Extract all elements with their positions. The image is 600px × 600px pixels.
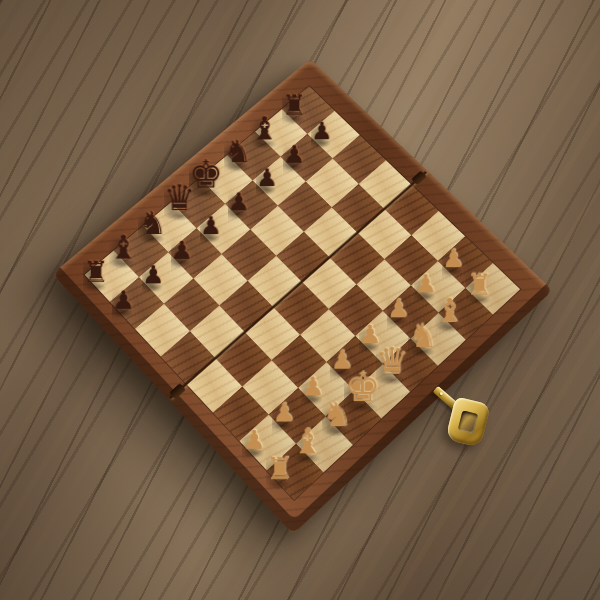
dark-bishop-b8[interactable]: ♝ <box>109 231 139 264</box>
perspective-wrapper: ♜♟♟♜♝♟♟♝♞♟♟♞♚♟♟♛♛♟♟♚♞♟♟♞♝♟♟♝♜♟♟♜ <box>0 0 600 600</box>
light-pawn-a2[interactable]: ♟ <box>243 427 266 453</box>
dark-rook-a8[interactable]: ♜ <box>83 258 109 287</box>
light-pawn-h2[interactable]: ♟ <box>442 247 464 272</box>
dark-pawn-g7[interactable]: ♟ <box>283 142 305 166</box>
dark-queen-d8[interactable]: ♛ <box>164 181 196 216</box>
light-rook-h1[interactable]: ♜ <box>466 271 492 300</box>
dark-pawn-b7[interactable]: ♟ <box>142 262 164 287</box>
square-h1[interactable]: ♜ <box>465 263 520 315</box>
light-bishop-g1[interactable]: ♝ <box>435 293 465 326</box>
light-rook-a1[interactable]: ♜ <box>266 454 293 485</box>
light-bishop-b1[interactable]: ♝ <box>292 424 323 459</box>
dark-pawn-a7[interactable]: ♟ <box>112 287 135 312</box>
dark-pawn-c7[interactable]: ♟ <box>171 238 193 263</box>
dark-pawn-f7[interactable]: ♟ <box>256 166 278 190</box>
photo-scene: ♜♟♟♜♝♟♟♝♞♟♟♞♚♟♟♛♛♟♟♚♞♟♟♞♝♟♟♝♜♟♟♜ <box>0 0 600 600</box>
dark-pawn-h7[interactable]: ♟ <box>311 119 333 143</box>
dark-knight-c8[interactable]: ♞ <box>139 207 167 239</box>
light-knight-c1[interactable]: ♞ <box>322 398 352 431</box>
dark-knight-f8[interactable]: ♞ <box>224 136 252 167</box>
light-pawn-f2[interactable]: ♟ <box>387 296 410 321</box>
dark-bishop-g8[interactable]: ♝ <box>251 112 280 144</box>
chess-board: ♜♟♟♜♝♟♟♝♞♟♟♞♚♟♟♛♛♟♟♚♞♟♟♞♝♟♟♝♜♟♟♜ <box>83 85 521 501</box>
dark-rook-h8[interactable]: ♜ <box>282 92 307 120</box>
light-knight-f1[interactable]: ♞ <box>408 319 437 352</box>
dark-pawn-d7[interactable]: ♟ <box>199 213 221 238</box>
chess-board-box: ♜♟♟♜♝♟♟♝♞♟♟♞♚♟♟♛♛♟♟♚♞♟♟♞♝♟♟♝♜♟♟♜ <box>52 59 552 535</box>
dark-pawn-e7[interactable]: ♟ <box>228 189 250 214</box>
